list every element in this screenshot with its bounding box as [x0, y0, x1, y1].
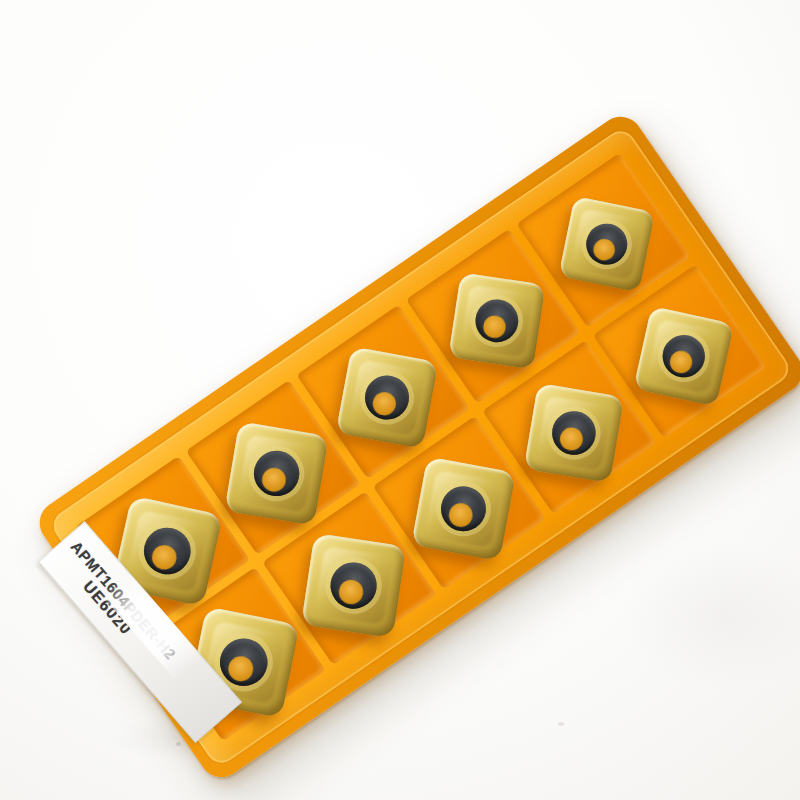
insert-hole-inner-glow	[447, 501, 474, 528]
insert-hole-inner-glow	[226, 654, 255, 683]
insert-hole-inner-glow	[371, 390, 398, 417]
background-speck	[558, 722, 564, 726]
carbide-insert	[558, 196, 655, 293]
insert-hole-inner-glow	[558, 426, 584, 452]
insert-hole-inner-glow	[591, 237, 616, 262]
insert-hole-inner-glow	[337, 578, 364, 605]
insert-hole-inner-glow	[150, 542, 179, 571]
carbide-insert	[336, 346, 439, 449]
carbide-insert	[448, 272, 545, 369]
carbide-insert	[523, 383, 623, 483]
background-speck	[176, 742, 181, 746]
carbide-insert	[411, 456, 516, 561]
background-smudge	[620, 540, 800, 690]
insert-hole-inner-glow	[482, 314, 507, 339]
carbide-insert	[301, 533, 406, 638]
insert-hole-inner-glow	[260, 466, 287, 493]
insert-hole-inner-glow	[667, 348, 693, 374]
carbide-insert	[225, 421, 329, 525]
product-photo-scene: APMT1604PDER-H2 UE6020	[0, 0, 800, 800]
carbide-insert	[633, 306, 734, 407]
